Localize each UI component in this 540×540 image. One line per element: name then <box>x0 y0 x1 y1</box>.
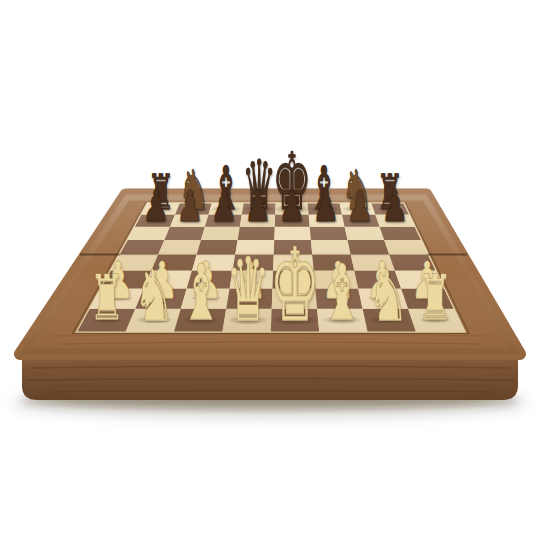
chess-set-photo: ♜♞♝♛♚♝♞♜♟♟♟♟♟♟♟♟♟♟♟♟♟♟♟♟♜♞♝♛♚♝♞♜ <box>0 0 540 540</box>
chess-board <box>0 0 540 540</box>
